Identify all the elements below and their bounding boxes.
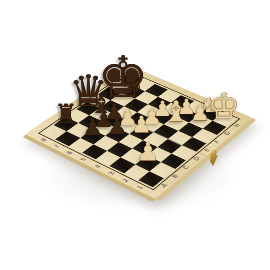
clasp-pin bbox=[211, 150, 216, 155]
clasp-icon bbox=[204, 148, 222, 168]
product-photo-scene: ABCDEFGH 12345678 ♜♛♝♚♞♟♟♟♟♟♟♟♟♝♟♟♟♞♚ bbox=[0, 0, 270, 270]
